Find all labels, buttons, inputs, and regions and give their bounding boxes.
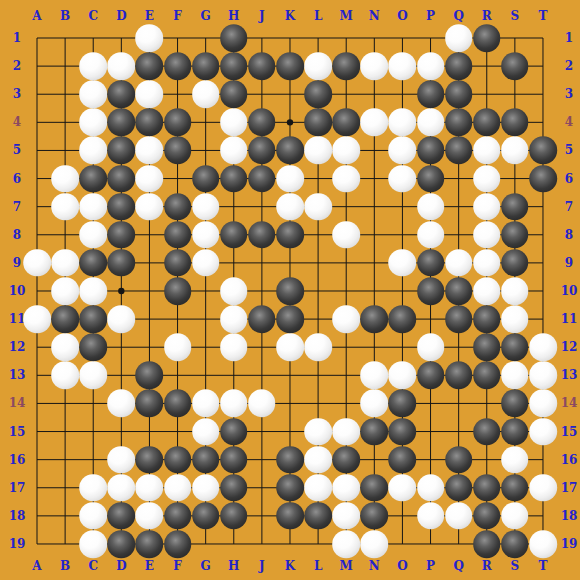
white-stone-C17	[79, 474, 107, 502]
black-stone-Q11	[445, 305, 473, 333]
white-stone-S13	[501, 362, 529, 390]
white-stone-B6	[51, 165, 79, 193]
white-stone-P18	[417, 502, 445, 530]
white-stone-O5	[389, 137, 417, 165]
white-stone-C7	[79, 193, 107, 221]
black-stone-R13	[473, 362, 501, 390]
black-stone-D6	[108, 165, 136, 193]
black-stone-K5	[276, 137, 304, 165]
col-label-bottom-L: L	[314, 559, 322, 573]
black-stone-M16	[332, 446, 360, 474]
col-label-bottom-M: M	[340, 559, 353, 573]
black-stone-R4	[473, 109, 501, 137]
white-stone-F17	[164, 474, 192, 502]
col-label-top-K: K	[285, 9, 295, 23]
black-stone-Q2	[445, 52, 473, 80]
row-label-left-2: 2	[13, 59, 21, 73]
black-stone-K11	[276, 305, 304, 333]
row-label-left-3: 3	[13, 87, 21, 101]
white-stone-B9	[51, 249, 79, 277]
col-label-bottom-T: T	[539, 559, 548, 573]
white-stone-H4	[220, 109, 248, 137]
black-stone-S4	[501, 109, 529, 137]
col-label-top-N: N	[369, 9, 380, 23]
white-stone-E6	[136, 165, 164, 193]
white-stone-O13	[389, 362, 417, 390]
row-label-right-14: 14	[561, 396, 578, 410]
white-stone-P4	[417, 109, 445, 137]
black-stone-R18	[473, 502, 501, 530]
black-stone-G16	[192, 446, 220, 474]
black-stone-Q4	[445, 109, 473, 137]
white-stone-P2	[417, 52, 445, 80]
white-stone-L5	[304, 137, 332, 165]
black-stone-H3	[220, 80, 248, 108]
black-stone-H6	[220, 165, 248, 193]
white-stone-J14	[248, 390, 276, 418]
black-stone-Q17	[445, 474, 473, 502]
black-stone-J2	[248, 52, 276, 80]
black-stone-N11	[361, 305, 389, 333]
col-label-bottom-F: F	[173, 559, 182, 573]
white-stone-N14	[361, 390, 389, 418]
black-stone-L4	[304, 109, 332, 137]
white-stone-D14	[108, 390, 136, 418]
white-stone-B10	[51, 277, 79, 305]
black-stone-R11	[473, 305, 501, 333]
black-stone-J6	[248, 165, 276, 193]
white-stone-E7	[136, 193, 164, 221]
black-stone-D18	[108, 502, 136, 530]
white-stone-C18	[79, 502, 107, 530]
col-label-bottom-J: J	[259, 559, 265, 573]
white-stone-T14	[529, 390, 557, 418]
white-stone-L17	[304, 474, 332, 502]
white-stone-O9	[389, 249, 417, 277]
white-stone-S10	[501, 277, 529, 305]
white-stone-K12	[276, 333, 304, 361]
col-label-top-M: M	[340, 9, 353, 23]
col-label-top-H: H	[228, 9, 239, 23]
col-label-bottom-D: D	[116, 559, 126, 573]
col-label-bottom-G: G	[201, 559, 211, 573]
black-stone-L3	[304, 80, 332, 108]
col-label-bottom-N: N	[369, 559, 380, 573]
black-stone-D3	[108, 80, 136, 108]
black-stone-Q16	[445, 446, 473, 474]
white-stone-E17	[136, 474, 164, 502]
black-stone-N17	[361, 474, 389, 502]
white-stone-M5	[332, 137, 360, 165]
black-stone-K18	[276, 502, 304, 530]
black-stone-O14	[389, 390, 417, 418]
white-stone-E18	[136, 502, 164, 530]
col-label-bottom-A: A	[32, 559, 41, 573]
black-stone-C9	[79, 249, 107, 277]
col-label-bottom-B: B	[60, 559, 70, 573]
black-stone-E4	[136, 109, 164, 137]
row-label-right-4: 4	[565, 115, 573, 129]
go-board[interactable]: AABBCCDDEEFFGGHHJJKKLLMMNNOOPPQQRRSSTT11…	[0, 0, 580, 580]
row-label-left-12: 12	[9, 340, 26, 354]
white-stone-R5	[473, 137, 501, 165]
col-label-bottom-Q: Q	[453, 559, 463, 573]
black-stone-F10	[164, 277, 192, 305]
col-label-top-F: F	[173, 9, 182, 23]
black-stone-J8	[248, 221, 276, 249]
row-label-right-10: 10	[561, 284, 578, 298]
white-stone-G3	[192, 80, 220, 108]
white-stone-H10	[220, 277, 248, 305]
black-stone-N15	[361, 418, 389, 446]
black-stone-D7	[108, 193, 136, 221]
black-stone-P5	[417, 137, 445, 165]
col-label-top-D: D	[116, 9, 126, 23]
black-stone-P13	[417, 362, 445, 390]
white-stone-G8	[192, 221, 220, 249]
row-label-right-2: 2	[565, 59, 573, 73]
white-stone-D16	[108, 446, 136, 474]
black-stone-S2	[501, 52, 529, 80]
black-stone-S8	[501, 221, 529, 249]
black-stone-J5	[248, 137, 276, 165]
black-stone-Q10	[445, 277, 473, 305]
col-label-top-S: S	[511, 9, 520, 23]
black-stone-C6	[79, 165, 107, 193]
white-stone-H14	[220, 390, 248, 418]
col-label-top-E: E	[145, 9, 154, 23]
black-stone-M4	[332, 109, 360, 137]
white-stone-C10	[79, 277, 107, 305]
black-stone-S19	[501, 530, 529, 558]
white-stone-T15	[529, 418, 557, 446]
white-stone-L15	[304, 418, 332, 446]
row-label-right-6: 6	[565, 172, 573, 186]
row-label-left-13: 13	[9, 368, 26, 382]
white-stone-S5	[501, 137, 529, 165]
black-stone-S12	[501, 333, 529, 361]
white-stone-Q18	[445, 502, 473, 530]
white-stone-K7	[276, 193, 304, 221]
black-stone-S15	[501, 418, 529, 446]
black-stone-Q3	[445, 80, 473, 108]
black-stone-D4	[108, 109, 136, 137]
white-stone-H12	[220, 333, 248, 361]
col-label-bottom-O: O	[397, 559, 407, 573]
white-stone-G14	[192, 390, 220, 418]
black-stone-Q13	[445, 362, 473, 390]
row-label-left-17: 17	[9, 481, 26, 495]
white-stone-G17	[192, 474, 220, 502]
black-stone-R1	[473, 24, 501, 52]
white-stone-G15	[192, 418, 220, 446]
black-stone-B11	[51, 305, 79, 333]
row-label-left-16: 16	[9, 453, 26, 467]
row-label-right-3: 3	[565, 87, 573, 101]
black-stone-L18	[304, 502, 332, 530]
white-stone-S11	[501, 305, 529, 333]
white-stone-E5	[136, 137, 164, 165]
row-label-right-18: 18	[561, 509, 578, 523]
white-stone-P8	[417, 221, 445, 249]
black-stone-J4	[248, 109, 276, 137]
white-stone-R10	[473, 277, 501, 305]
white-stone-L2	[304, 52, 332, 80]
row-label-left-10: 10	[9, 284, 26, 298]
white-stone-O2	[389, 52, 417, 80]
white-stone-R7	[473, 193, 501, 221]
white-stone-B7	[51, 193, 79, 221]
white-stone-B13	[51, 362, 79, 390]
black-stone-T5	[529, 137, 557, 165]
col-label-top-O: O	[397, 9, 407, 23]
white-stone-A11	[23, 305, 51, 333]
col-label-top-J: J	[259, 9, 265, 23]
white-stone-R9	[473, 249, 501, 277]
col-label-bottom-R: R	[482, 559, 492, 573]
black-stone-F18	[164, 502, 192, 530]
black-stone-R15	[473, 418, 501, 446]
black-stone-R17	[473, 474, 501, 502]
black-stone-D8	[108, 221, 136, 249]
black-stone-D9	[108, 249, 136, 277]
white-stone-N13	[361, 362, 389, 390]
white-stone-R8	[473, 221, 501, 249]
white-stone-E1	[136, 24, 164, 52]
row-label-right-12: 12	[561, 340, 578, 354]
white-stone-D2	[108, 52, 136, 80]
black-stone-N18	[361, 502, 389, 530]
white-stone-Q1	[445, 24, 473, 52]
black-stone-G6	[192, 165, 220, 193]
black-stone-K8	[276, 221, 304, 249]
white-stone-T19	[529, 530, 557, 558]
black-stone-F2	[164, 52, 192, 80]
col-label-bottom-S: S	[511, 559, 520, 573]
row-label-right-17: 17	[561, 481, 578, 495]
white-stone-P17	[417, 474, 445, 502]
row-label-left-18: 18	[9, 509, 26, 523]
col-label-top-Q: Q	[453, 9, 463, 23]
black-stone-F8	[164, 221, 192, 249]
black-stone-R19	[473, 530, 501, 558]
white-stone-N2	[361, 52, 389, 80]
black-stone-O15	[389, 418, 417, 446]
row-label-right-19: 19	[561, 537, 578, 551]
row-label-right-13: 13	[561, 368, 578, 382]
white-stone-C13	[79, 362, 107, 390]
black-stone-E14	[136, 390, 164, 418]
black-stone-H2	[220, 52, 248, 80]
star-point	[118, 288, 124, 294]
white-stone-A9	[23, 249, 51, 277]
white-stone-N4	[361, 109, 389, 137]
white-stone-C4	[79, 109, 107, 137]
white-stone-N19	[361, 530, 389, 558]
black-stone-F5	[164, 137, 192, 165]
white-stone-M17	[332, 474, 360, 502]
white-stone-M15	[332, 418, 360, 446]
row-label-right-8: 8	[565, 228, 573, 242]
white-stone-K6	[276, 165, 304, 193]
col-label-top-T: T	[539, 9, 548, 23]
white-stone-S16	[501, 446, 529, 474]
black-stone-M2	[332, 52, 360, 80]
black-stone-F19	[164, 530, 192, 558]
col-label-bottom-C: C	[88, 559, 98, 573]
row-label-left-4: 4	[13, 115, 21, 129]
white-stone-S18	[501, 502, 529, 530]
white-stone-O6	[389, 165, 417, 193]
row-label-right-5: 5	[565, 143, 573, 157]
row-label-left-5: 5	[13, 143, 21, 157]
black-stone-P6	[417, 165, 445, 193]
black-stone-P3	[417, 80, 445, 108]
black-stone-K10	[276, 277, 304, 305]
white-stone-P12	[417, 333, 445, 361]
black-stone-G2	[192, 52, 220, 80]
row-label-left-6: 6	[13, 172, 21, 186]
row-label-left-15: 15	[9, 425, 26, 439]
white-stone-L16	[304, 446, 332, 474]
black-stone-K2	[276, 52, 304, 80]
black-stone-S7	[501, 193, 529, 221]
white-stone-R6	[473, 165, 501, 193]
black-stone-D5	[108, 137, 136, 165]
black-stone-C11	[79, 305, 107, 333]
black-stone-S9	[501, 249, 529, 277]
black-stone-Q5	[445, 137, 473, 165]
black-stone-H15	[220, 418, 248, 446]
col-label-bottom-P: P	[426, 559, 435, 573]
black-stone-P9	[417, 249, 445, 277]
white-stone-B12	[51, 333, 79, 361]
black-stone-H17	[220, 474, 248, 502]
black-stone-S14	[501, 390, 529, 418]
black-stone-F9	[164, 249, 192, 277]
black-stone-O11	[389, 305, 417, 333]
white-stone-G7	[192, 193, 220, 221]
row-label-left-19: 19	[9, 537, 26, 551]
white-stone-Q9	[445, 249, 473, 277]
col-label-top-C: C	[88, 9, 98, 23]
col-label-top-L: L	[314, 9, 322, 23]
row-label-left-8: 8	[13, 228, 21, 242]
white-stone-M8	[332, 221, 360, 249]
black-stone-G18	[192, 502, 220, 530]
row-label-left-7: 7	[13, 200, 21, 214]
white-stone-C3	[79, 80, 107, 108]
row-label-right-11: 11	[561, 312, 578, 326]
black-stone-E16	[136, 446, 164, 474]
black-stone-K16	[276, 446, 304, 474]
white-stone-L12	[304, 333, 332, 361]
col-label-top-R: R	[482, 9, 492, 23]
white-stone-M18	[332, 502, 360, 530]
row-label-right-1: 1	[565, 31, 573, 45]
black-stone-J11	[248, 305, 276, 333]
black-stone-E13	[136, 362, 164, 390]
col-label-top-A: A	[32, 9, 41, 23]
black-stone-F14	[164, 390, 192, 418]
row-label-right-7: 7	[565, 200, 573, 214]
row-label-right-15: 15	[561, 425, 578, 439]
row-label-left-9: 9	[13, 256, 21, 270]
white-stone-E3	[136, 80, 164, 108]
row-label-right-16: 16	[561, 453, 578, 467]
white-stone-T13	[529, 362, 557, 390]
row-label-left-1: 1	[13, 31, 21, 45]
star-point	[287, 119, 293, 125]
white-stone-T12	[529, 333, 557, 361]
white-stone-O17	[389, 474, 417, 502]
black-stone-H18	[220, 502, 248, 530]
col-label-bottom-H: H	[228, 559, 239, 573]
white-stone-G9	[192, 249, 220, 277]
col-label-top-G: G	[201, 9, 211, 23]
black-stone-K17	[276, 474, 304, 502]
black-stone-S17	[501, 474, 529, 502]
white-stone-H5	[220, 137, 248, 165]
col-label-top-P: P	[426, 9, 435, 23]
black-stone-E2	[136, 52, 164, 80]
white-stone-C5	[79, 137, 107, 165]
black-stone-R12	[473, 333, 501, 361]
row-label-left-14: 14	[9, 396, 26, 410]
col-label-bottom-K: K	[285, 559, 295, 573]
white-stone-T17	[529, 474, 557, 502]
white-stone-D11	[108, 305, 136, 333]
black-stone-T6	[529, 165, 557, 193]
white-stone-M19	[332, 530, 360, 558]
white-stone-C19	[79, 530, 107, 558]
col-label-bottom-E: E	[145, 559, 154, 573]
black-stone-H16	[220, 446, 248, 474]
white-stone-P7	[417, 193, 445, 221]
white-stone-H11	[220, 305, 248, 333]
white-stone-L7	[304, 193, 332, 221]
white-stone-M11	[332, 305, 360, 333]
black-stone-P10	[417, 277, 445, 305]
black-stone-F16	[164, 446, 192, 474]
white-stone-C8	[79, 221, 107, 249]
black-stone-H1	[220, 24, 248, 52]
white-stone-M6	[332, 165, 360, 193]
black-stone-C12	[79, 333, 107, 361]
white-stone-F12	[164, 333, 192, 361]
col-label-top-B: B	[60, 9, 70, 23]
black-stone-O16	[389, 446, 417, 474]
black-stone-E19	[136, 530, 164, 558]
white-stone-O4	[389, 109, 417, 137]
row-label-right-9: 9	[565, 256, 573, 270]
black-stone-H8	[220, 221, 248, 249]
black-stone-F7	[164, 193, 192, 221]
white-stone-D17	[108, 474, 136, 502]
black-stone-F4	[164, 109, 192, 137]
white-stone-C2	[79, 52, 107, 80]
black-stone-D19	[108, 530, 136, 558]
